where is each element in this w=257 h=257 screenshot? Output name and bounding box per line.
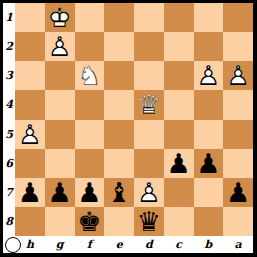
square-c5[interactable] xyxy=(164,120,194,149)
black-pawn-piece[interactable]: ♟ xyxy=(15,178,45,207)
black-king-piece[interactable]: ♚ xyxy=(75,207,105,236)
square-c4[interactable] xyxy=(164,90,194,119)
diagram-content: 12345678 ♚♔♟♙♞♘♟♙♟♙♛♕♟♙♟♟♟♟♟♝♟♙♟♚♛ hgfed… xyxy=(3,3,253,253)
white-pawn-piece-outline[interactable]: ♙ xyxy=(223,61,253,90)
rank-label-2: 2 xyxy=(3,32,15,61)
square-b8[interactable] xyxy=(194,207,224,236)
square-e5[interactable] xyxy=(104,120,134,149)
square-b6[interactable]: ♟ xyxy=(194,149,224,178)
square-f8[interactable]: ♚ xyxy=(75,207,105,236)
square-g1[interactable]: ♚♔ xyxy=(45,3,75,32)
file-labels: hgfedcba xyxy=(15,236,253,253)
square-a7[interactable]: ♟ xyxy=(223,178,253,207)
rank-label-7: 7 xyxy=(3,178,15,207)
square-d8[interactable]: ♛ xyxy=(134,207,164,236)
square-h2[interactable] xyxy=(15,32,45,61)
square-a6[interactable] xyxy=(223,149,253,178)
white-pawn-piece-outline[interactable]: ♙ xyxy=(15,120,45,149)
square-c6[interactable]: ♟ xyxy=(164,149,194,178)
rank-label-3: 3 xyxy=(3,61,15,90)
square-h4[interactable] xyxy=(15,90,45,119)
square-f1[interactable] xyxy=(75,3,105,32)
white-pawn-piece-outline[interactable]: ♙ xyxy=(194,61,224,90)
square-f7[interactable]: ♟ xyxy=(75,178,105,207)
file-label-h: h xyxy=(15,236,45,253)
square-b4[interactable] xyxy=(194,90,224,119)
square-c2[interactable] xyxy=(164,32,194,61)
square-b2[interactable] xyxy=(194,32,224,61)
square-g5[interactable] xyxy=(45,120,75,149)
file-label-g: g xyxy=(45,236,75,253)
file-label-b: b xyxy=(194,236,224,253)
square-b3[interactable]: ♟♙ xyxy=(194,61,224,90)
file-label-a: a xyxy=(223,236,253,253)
white-pawn-piece-outline[interactable]: ♙ xyxy=(134,178,164,207)
file-label-c: c xyxy=(164,236,194,253)
square-g2[interactable]: ♟♙ xyxy=(45,32,75,61)
square-b7[interactable] xyxy=(194,178,224,207)
rank-label-5: 5 xyxy=(3,120,15,149)
square-h1[interactable] xyxy=(15,3,45,32)
square-b5[interactable] xyxy=(194,120,224,149)
square-d7[interactable]: ♟♙ xyxy=(134,178,164,207)
black-pawn-piece[interactable]: ♟ xyxy=(164,149,194,178)
rank-label-8: 8 xyxy=(3,207,15,236)
square-a4[interactable] xyxy=(223,90,253,119)
square-f3[interactable]: ♞♘ xyxy=(75,61,105,90)
square-h5[interactable]: ♟♙ xyxy=(15,120,45,149)
square-a2[interactable] xyxy=(223,32,253,61)
square-g4[interactable] xyxy=(45,90,75,119)
square-f2[interactable] xyxy=(75,32,105,61)
square-c3[interactable] xyxy=(164,61,194,90)
white-knight-piece-outline[interactable]: ♘ xyxy=(75,61,105,90)
rank-label-4: 4 xyxy=(3,90,15,119)
square-e4[interactable] xyxy=(104,90,134,119)
square-e7[interactable]: ♝ xyxy=(104,178,134,207)
square-e3[interactable] xyxy=(104,61,134,90)
chess-board[interactable]: ♚♔♟♙♞♘♟♙♟♙♛♕♟♙♟♟♟♟♟♝♟♙♟♚♛ xyxy=(15,3,253,236)
black-queen-piece[interactable]: ♛ xyxy=(134,207,164,236)
black-bishop-piece[interactable]: ♝ xyxy=(104,178,134,207)
square-f5[interactable] xyxy=(75,120,105,149)
square-e6[interactable] xyxy=(104,149,134,178)
square-h8[interactable] xyxy=(15,207,45,236)
chess-diagram-frame: 12345678 ♚♔♟♙♞♘♟♙♟♙♛♕♟♙♟♟♟♟♟♝♟♙♟♚♛ hgfed… xyxy=(0,0,257,257)
square-h6[interactable] xyxy=(15,149,45,178)
file-labels-row: hgfedcba xyxy=(3,236,253,253)
square-e1[interactable] xyxy=(104,3,134,32)
file-label-f: f xyxy=(75,236,105,253)
square-b1[interactable] xyxy=(194,3,224,32)
square-d1[interactable] xyxy=(134,3,164,32)
square-e8[interactable] xyxy=(104,207,134,236)
square-d3[interactable] xyxy=(134,61,164,90)
square-g6[interactable] xyxy=(45,149,75,178)
black-pawn-piece[interactable]: ♟ xyxy=(194,149,224,178)
square-e2[interactable] xyxy=(104,32,134,61)
rank-labels-column: 12345678 xyxy=(3,3,15,236)
square-h3[interactable] xyxy=(15,61,45,90)
rank-label-1: 1 xyxy=(3,3,15,32)
square-g3[interactable] xyxy=(45,61,75,90)
square-h7[interactable]: ♟ xyxy=(15,178,45,207)
square-a8[interactable] xyxy=(223,207,253,236)
square-c7[interactable] xyxy=(164,178,194,207)
square-c8[interactable] xyxy=(164,207,194,236)
square-g7[interactable]: ♟ xyxy=(45,178,75,207)
square-d5[interactable] xyxy=(134,120,164,149)
white-king-piece-outline[interactable]: ♔ xyxy=(45,3,75,32)
square-g8[interactable] xyxy=(45,207,75,236)
black-pawn-piece[interactable]: ♟ xyxy=(223,178,253,207)
square-a5[interactable] xyxy=(223,120,253,149)
file-label-e: e xyxy=(104,236,134,253)
square-d4[interactable]: ♛♕ xyxy=(134,90,164,119)
square-c1[interactable] xyxy=(164,3,194,32)
square-d6[interactable] xyxy=(134,149,164,178)
file-label-d: d xyxy=(134,236,164,253)
square-d2[interactable] xyxy=(134,32,164,61)
square-a1[interactable] xyxy=(223,3,253,32)
black-pawn-piece[interactable]: ♟ xyxy=(75,178,105,207)
rank-label-6: 6 xyxy=(3,149,15,178)
white-pawn-piece-outline[interactable]: ♙ xyxy=(45,32,75,61)
square-f6[interactable] xyxy=(75,149,105,178)
square-f4[interactable] xyxy=(75,90,105,119)
black-pawn-piece[interactable]: ♟ xyxy=(45,178,75,207)
square-a3[interactable]: ♟♙ xyxy=(223,61,253,90)
white-queen-piece-outline[interactable]: ♕ xyxy=(134,90,164,119)
